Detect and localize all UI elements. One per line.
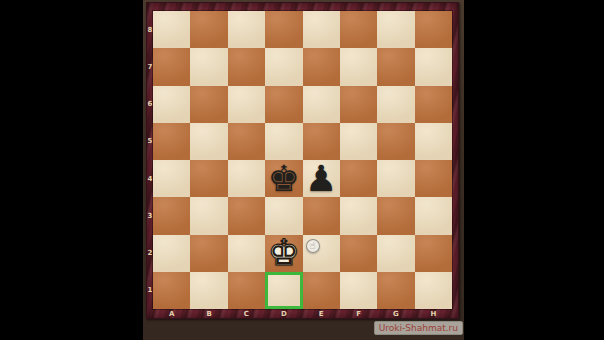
- square-d2[interactable]: ♚: [265, 235, 302, 272]
- square-h6[interactable]: [415, 86, 452, 123]
- screenshot-root: 87654321 ♚♟♚☝ ABCDEFGH Uroki-Shahmat.ru: [0, 0, 604, 340]
- square-g8[interactable]: [377, 11, 414, 48]
- square-e2[interactable]: ☝: [303, 235, 340, 272]
- square-f6[interactable]: [340, 86, 377, 123]
- piece-white-king[interactable]: ♚: [265, 235, 302, 272]
- hand-cursor-icon: ☝: [306, 239, 320, 253]
- square-f7[interactable]: [340, 48, 377, 85]
- square-c7[interactable]: [228, 48, 265, 85]
- square-f1[interactable]: [340, 272, 377, 309]
- square-g1[interactable]: [377, 272, 414, 309]
- square-h2[interactable]: [415, 235, 452, 272]
- square-c4[interactable]: [228, 160, 265, 197]
- square-b1[interactable]: [190, 272, 227, 309]
- watermark: Uroki-Shahmat.ru: [374, 321, 463, 335]
- file-label-f: F: [340, 309, 377, 318]
- square-b5[interactable]: [190, 123, 227, 160]
- square-b6[interactable]: [190, 86, 227, 123]
- file-label-h: H: [415, 309, 452, 318]
- square-c8[interactable]: [228, 11, 265, 48]
- square-e7[interactable]: [303, 48, 340, 85]
- square-a4[interactable]: [153, 160, 190, 197]
- square-d1[interactable]: [265, 272, 302, 309]
- square-e4[interactable]: ♟: [303, 160, 340, 197]
- square-h7[interactable]: [415, 48, 452, 85]
- file-label-a: A: [153, 309, 190, 318]
- file-label-c: C: [228, 309, 265, 318]
- square-a5[interactable]: [153, 123, 190, 160]
- piece-black-pawn[interactable]: ♟: [303, 160, 340, 197]
- board-frame: 87654321 ♚♟♚☝ ABCDEFGH: [146, 2, 459, 319]
- square-f8[interactable]: [340, 11, 377, 48]
- square-d3[interactable]: [265, 197, 302, 234]
- square-c2[interactable]: [228, 235, 265, 272]
- file-label-e: E: [303, 309, 340, 318]
- square-d4[interactable]: ♚: [265, 160, 302, 197]
- square-f3[interactable]: [340, 197, 377, 234]
- square-d7[interactable]: [265, 48, 302, 85]
- square-c5[interactable]: [228, 123, 265, 160]
- square-c3[interactable]: [228, 197, 265, 234]
- video-area: 87654321 ♚♟♚☝ ABCDEFGH Uroki-Shahmat.ru: [143, 0, 464, 340]
- square-b8[interactable]: [190, 11, 227, 48]
- square-e6[interactable]: [303, 86, 340, 123]
- square-a1[interactable]: [153, 272, 190, 309]
- square-f2[interactable]: [340, 235, 377, 272]
- square-g2[interactable]: [377, 235, 414, 272]
- square-h8[interactable]: [415, 11, 452, 48]
- square-h3[interactable]: [415, 197, 452, 234]
- square-f4[interactable]: [340, 160, 377, 197]
- square-a8[interactable]: [153, 11, 190, 48]
- file-label-g: G: [377, 309, 414, 318]
- square-h5[interactable]: [415, 123, 452, 160]
- square-d5[interactable]: [265, 123, 302, 160]
- square-b7[interactable]: [190, 48, 227, 85]
- square-h1[interactable]: [415, 272, 452, 309]
- square-a3[interactable]: [153, 197, 190, 234]
- square-g3[interactable]: [377, 197, 414, 234]
- square-e3[interactable]: [303, 197, 340, 234]
- chess-board[interactable]: ♚♟♚☝: [153, 11, 452, 309]
- square-b3[interactable]: [190, 197, 227, 234]
- file-label-d: D: [265, 309, 302, 318]
- square-g6[interactable]: [377, 86, 414, 123]
- square-a2[interactable]: [153, 235, 190, 272]
- square-a6[interactable]: [153, 86, 190, 123]
- square-b4[interactable]: [190, 160, 227, 197]
- file-label-b: B: [190, 309, 227, 318]
- square-g4[interactable]: [377, 160, 414, 197]
- square-d8[interactable]: [265, 11, 302, 48]
- square-e8[interactable]: [303, 11, 340, 48]
- square-c1[interactable]: [228, 272, 265, 309]
- square-e1[interactable]: [303, 272, 340, 309]
- square-e5[interactable]: [303, 123, 340, 160]
- square-b2[interactable]: [190, 235, 227, 272]
- file-labels: ABCDEFGH: [153, 309, 452, 318]
- square-c6[interactable]: [228, 86, 265, 123]
- square-h4[interactable]: [415, 160, 452, 197]
- square-d6[interactable]: [265, 86, 302, 123]
- piece-black-king[interactable]: ♚: [265, 160, 302, 197]
- square-g5[interactable]: [377, 123, 414, 160]
- square-g7[interactable]: [377, 48, 414, 85]
- square-f5[interactable]: [340, 123, 377, 160]
- square-a7[interactable]: [153, 48, 190, 85]
